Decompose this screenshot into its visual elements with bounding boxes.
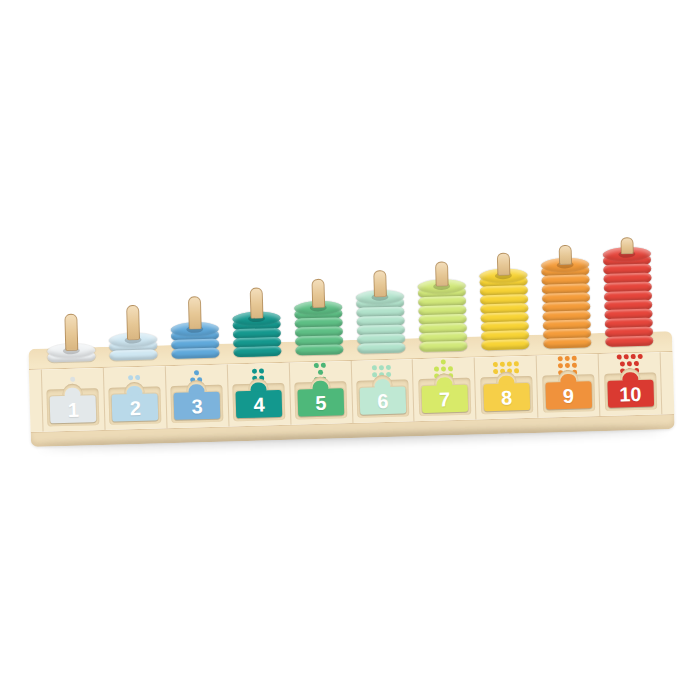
tile-slot-10: 10 bbox=[604, 372, 657, 410]
peg-stack-3 bbox=[163, 295, 227, 359]
count-dot bbox=[616, 354, 621, 359]
wooden-peg-5 bbox=[311, 279, 325, 308]
count-dot bbox=[259, 368, 264, 373]
count-dot bbox=[565, 356, 570, 361]
number-tile-8: 8 bbox=[483, 383, 530, 411]
wooden-peg-3 bbox=[187, 296, 201, 329]
number-column-3: 3 bbox=[166, 364, 230, 428]
count-dot bbox=[514, 361, 519, 366]
count-dot bbox=[565, 363, 570, 368]
ring-8 bbox=[481, 339, 529, 350]
number-column-4: 4 bbox=[227, 363, 291, 427]
ring-9 bbox=[543, 337, 591, 348]
count-dot bbox=[128, 375, 133, 380]
count-dot bbox=[558, 356, 563, 361]
count-dot bbox=[514, 368, 519, 373]
wooden-peg-8 bbox=[496, 253, 510, 276]
tile-slot-7: 7 bbox=[418, 378, 471, 416]
ring-10 bbox=[605, 336, 653, 347]
dot-row bbox=[441, 359, 446, 364]
count-dot bbox=[314, 363, 319, 368]
number-tile-10: 10 bbox=[607, 380, 654, 408]
dot-row bbox=[616, 354, 642, 360]
dot-row bbox=[70, 377, 75, 382]
peg-stack-9 bbox=[534, 244, 599, 349]
tile-number-label: 8 bbox=[501, 387, 513, 407]
number-column-1: 1 bbox=[41, 368, 106, 432]
number-column-7: 7 bbox=[413, 358, 477, 422]
tile-number-label: 1 bbox=[68, 399, 80, 419]
count-dot bbox=[493, 368, 498, 373]
number-column-9: 9 bbox=[537, 354, 601, 418]
number-tile-2: 2 bbox=[112, 393, 159, 421]
count-dot bbox=[558, 363, 563, 368]
count-dot bbox=[318, 370, 323, 375]
dot-row bbox=[372, 364, 391, 370]
dot-row bbox=[194, 370, 199, 375]
count-dot bbox=[493, 361, 498, 366]
tile-number-label: 4 bbox=[253, 394, 265, 414]
peg-stack-6 bbox=[348, 269, 412, 354]
wooden-peg-2 bbox=[126, 305, 140, 340]
ring-6 bbox=[357, 342, 405, 353]
wooden-peg-6 bbox=[373, 270, 387, 297]
number-column-6: 6 bbox=[351, 359, 415, 423]
peg-stack-1 bbox=[39, 313, 102, 363]
count-dot bbox=[321, 363, 326, 368]
number-tile-9: 9 bbox=[545, 381, 592, 409]
count-dot bbox=[441, 366, 446, 371]
number-tile-4: 4 bbox=[236, 390, 283, 418]
ring-2 bbox=[109, 349, 157, 360]
dot-row bbox=[252, 368, 264, 373]
number-tile-6: 6 bbox=[359, 386, 406, 414]
dot-row bbox=[558, 363, 577, 369]
tile-number-label: 2 bbox=[129, 397, 141, 417]
count-dot bbox=[620, 361, 625, 366]
number-column-10: 10 bbox=[599, 352, 663, 416]
count-dot bbox=[500, 361, 505, 366]
tile-number-label: 9 bbox=[563, 385, 575, 405]
number-tile-5: 5 bbox=[298, 388, 345, 416]
tile-slot-5: 5 bbox=[294, 381, 347, 419]
count-dot bbox=[434, 367, 439, 372]
count-dot bbox=[623, 354, 628, 359]
dot-row bbox=[493, 361, 519, 367]
wooden-peg-7 bbox=[434, 261, 448, 286]
count-dot bbox=[194, 370, 199, 375]
tile-slot-8: 8 bbox=[480, 376, 533, 414]
dot-row bbox=[128, 375, 140, 380]
ring-5 bbox=[295, 344, 343, 355]
count-dot bbox=[507, 361, 512, 366]
number-column-5: 5 bbox=[289, 361, 353, 425]
count-dot bbox=[70, 377, 75, 382]
wooden-peg-10 bbox=[620, 237, 633, 254]
wooden-peg-9 bbox=[558, 245, 572, 265]
count-dot bbox=[572, 363, 577, 368]
dot-row bbox=[314, 363, 326, 368]
count-dot bbox=[386, 364, 391, 369]
count-dot bbox=[372, 365, 377, 370]
ring-stacks-row bbox=[25, 213, 672, 363]
ring-3 bbox=[171, 348, 219, 359]
tile-slot-6: 6 bbox=[356, 379, 409, 417]
count-dot bbox=[379, 365, 384, 370]
tile-slot-3: 3 bbox=[171, 385, 224, 423]
wooden-peg-1 bbox=[64, 314, 78, 351]
peg-stack-7 bbox=[410, 261, 474, 353]
ring-7 bbox=[419, 341, 467, 352]
count-dot bbox=[627, 361, 632, 366]
number-column-2: 2 bbox=[104, 366, 168, 430]
tile-slot-2: 2 bbox=[109, 386, 162, 424]
ring-4 bbox=[233, 346, 281, 357]
count-dot bbox=[135, 375, 140, 380]
dot-row bbox=[620, 361, 639, 367]
count-dot bbox=[448, 366, 453, 371]
product-photo-scene: 12345678910 bbox=[0, 0, 700, 700]
peg-stack-10 bbox=[595, 236, 660, 347]
peg-stack-5 bbox=[286, 278, 350, 356]
tile-number-label: 3 bbox=[191, 396, 203, 416]
counting-stacker-toy: 12345678910 bbox=[25, 213, 675, 457]
dot-row bbox=[558, 356, 577, 362]
number-column-8: 8 bbox=[475, 356, 539, 420]
tile-number-label: 7 bbox=[439, 389, 451, 409]
number-tile-1: 1 bbox=[50, 395, 97, 423]
count-dot bbox=[637, 354, 642, 359]
count-dot bbox=[441, 359, 446, 364]
dot-row bbox=[318, 370, 323, 375]
dot-row bbox=[434, 366, 453, 372]
tile-slot-1: 1 bbox=[47, 388, 100, 426]
wooden-peg-4 bbox=[249, 287, 263, 318]
count-dot bbox=[572, 356, 577, 361]
tile-slot-4: 4 bbox=[233, 383, 286, 421]
count-dot bbox=[634, 361, 639, 366]
tile-slot-9: 9 bbox=[542, 374, 595, 412]
number-tile-7: 7 bbox=[421, 385, 468, 413]
count-dot bbox=[630, 354, 635, 359]
number-tile-3: 3 bbox=[174, 392, 221, 420]
tile-number-label: 5 bbox=[315, 392, 327, 412]
peg-stack-2 bbox=[101, 304, 165, 361]
peg-stack-4 bbox=[225, 287, 289, 358]
count-dot bbox=[252, 368, 257, 373]
tile-number-label: 10 bbox=[619, 383, 642, 404]
peg-stack-8 bbox=[472, 252, 537, 351]
tile-number-label: 6 bbox=[377, 390, 389, 410]
